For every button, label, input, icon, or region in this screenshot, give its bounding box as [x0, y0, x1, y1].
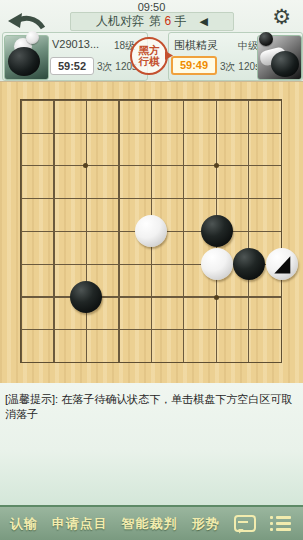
- board-intersection[interactable]: [4, 314, 37, 347]
- go-board: [0, 82, 303, 383]
- turn-indicator-seal: 黑方 行棋: [130, 37, 168, 75]
- board-intersection[interactable]: [200, 182, 233, 215]
- chat-button[interactable]: [233, 514, 256, 534]
- board-intersection[interactable]: [200, 347, 233, 380]
- back-button[interactable]: [6, 8, 48, 32]
- board-intersection[interactable]: [37, 83, 70, 116]
- board-intersection[interactable]: [233, 116, 266, 149]
- ai-judge-button[interactable]: 智能裁判: [122, 515, 178, 533]
- board-intersection[interactable]: [102, 149, 135, 182]
- board-intersection[interactable]: [69, 314, 102, 347]
- board-intersection[interactable]: [135, 182, 168, 215]
- board-intersection[interactable]: [37, 149, 70, 182]
- board-intersection[interactable]: [167, 314, 200, 347]
- right-player-byoyomi: 3次 120s: [220, 60, 260, 74]
- board-intersection[interactable]: [200, 116, 233, 149]
- board-intersection[interactable]: [266, 182, 299, 215]
- board-intersection[interactable]: [37, 347, 70, 380]
- chat-icon: [234, 515, 256, 532]
- board-intersection[interactable]: [266, 116, 299, 149]
- resign-button[interactable]: 认输: [10, 515, 38, 533]
- request-count-button[interactable]: 申请点目: [52, 515, 108, 533]
- board-intersection[interactable]: [233, 182, 266, 215]
- board-intersection[interactable]: [102, 116, 135, 149]
- board-intersection[interactable]: [266, 347, 299, 380]
- right-player-name: 围棋精灵: [174, 38, 218, 53]
- position-eval-button[interactable]: 形势: [191, 515, 219, 533]
- board-intersection[interactable]: [37, 116, 70, 149]
- board-intersection[interactable]: [102, 248, 135, 281]
- back-arrow-icon: [6, 8, 48, 32]
- white-stone: [266, 248, 298, 280]
- board-intersection[interactable]: [135, 281, 168, 314]
- board-intersection[interactable]: [233, 215, 266, 248]
- move-list-icon: [270, 516, 293, 519]
- hint-text: [温馨提示]: 在落子待确认状态下，单击棋盘下方空白区可取消落子: [5, 392, 299, 422]
- settings-gear-icon[interactable]: ⚙: [272, 4, 291, 30]
- board-intersection[interactable]: [37, 215, 70, 248]
- board-intersection[interactable]: [266, 215, 299, 248]
- board-intersection[interactable]: [37, 182, 70, 215]
- board-intersection[interactable]: [266, 281, 299, 314]
- board-intersection[interactable]: [200, 83, 233, 116]
- board-intersection[interactable]: [102, 347, 135, 380]
- board-intersection[interactable]: [233, 83, 266, 116]
- board-intersection[interactable]: [69, 347, 102, 380]
- board-intersection[interactable]: [135, 248, 168, 281]
- star-point: [214, 163, 219, 168]
- match-title-band: 人机对弈 第 6 手 ◀: [70, 12, 234, 31]
- right-player-rank: 中级: [238, 39, 258, 53]
- board-intersection[interactable]: [135, 347, 168, 380]
- board-intersection[interactable]: [135, 83, 168, 116]
- black-stone: [233, 248, 265, 280]
- move-list-button[interactable]: [270, 514, 293, 534]
- board-intersection[interactable]: [4, 215, 37, 248]
- right-player-timer: 59:49: [171, 56, 217, 75]
- avatar-black-stone: [8, 47, 40, 76]
- board-intersection[interactable]: [102, 314, 135, 347]
- board-intersection[interactable]: [102, 281, 135, 314]
- board-intersection[interactable]: [233, 281, 266, 314]
- board-intersection[interactable]: [37, 314, 70, 347]
- board-intersection[interactable]: [69, 182, 102, 215]
- board-intersection[interactable]: [69, 116, 102, 149]
- left-player-avatar[interactable]: [4, 35, 49, 80]
- board-intersection[interactable]: [167, 116, 200, 149]
- move-list-icon: [270, 528, 293, 531]
- board-intersection[interactable]: [200, 314, 233, 347]
- board-intersection[interactable]: [167, 215, 200, 248]
- last-move-marker: [266, 248, 298, 280]
- star-point: [83, 163, 88, 168]
- board-intersection[interactable]: [266, 149, 299, 182]
- left-player-name: V29013...: [52, 38, 99, 50]
- board-intersection[interactable]: [4, 116, 37, 149]
- board-intersection[interactable]: [4, 83, 37, 116]
- board-intersection[interactable]: [69, 215, 102, 248]
- bottom-toolbar: 认输 申请点目 智能裁判 形势: [0, 505, 303, 540]
- board-intersection[interactable]: [233, 314, 266, 347]
- match-title: 人机对弈: [96, 13, 144, 30]
- right-player-color-badge-black-stone: [259, 32, 273, 46]
- board-intersection[interactable]: [102, 83, 135, 116]
- left-player-color-badge-white-stone: [26, 31, 39, 44]
- top-bar: 09:50 人机对弈 第 6 手 ◀ ⚙ V29013... 18级 59:52…: [0, 0, 303, 82]
- board-intersection[interactable]: [4, 347, 37, 380]
- board-intersection[interactable]: [4, 248, 37, 281]
- board-intersection[interactable]: [102, 182, 135, 215]
- board-intersection[interactable]: [167, 83, 200, 116]
- board-intersection[interactable]: [4, 182, 37, 215]
- left-player-timer: 59:52: [50, 57, 94, 75]
- board-intersection[interactable]: [233, 347, 266, 380]
- chat-icon-line: [238, 521, 248, 523]
- board-intersection[interactable]: [167, 149, 200, 182]
- board-intersection[interactable]: [135, 149, 168, 182]
- board-intersection[interactable]: [266, 83, 299, 116]
- move-number: 6: [164, 14, 171, 28]
- board-intersection[interactable]: [37, 281, 70, 314]
- move-counter: 第 6 手: [149, 13, 186, 30]
- white-stone: [201, 248, 233, 280]
- board-intersection[interactable]: [167, 248, 200, 281]
- white-stone: [135, 215, 167, 247]
- board-intersection[interactable]: [167, 281, 200, 314]
- black-stone: [70, 281, 102, 313]
- board-intersection[interactable]: [135, 314, 168, 347]
- board-intersection[interactable]: [37, 248, 70, 281]
- board-intersection[interactable]: [266, 314, 299, 347]
- board-intersection[interactable]: [167, 182, 200, 215]
- board-intersection[interactable]: [102, 215, 135, 248]
- black-stone: [201, 215, 233, 247]
- board-intersection[interactable]: [4, 281, 37, 314]
- move-back-icon[interactable]: ◀: [199, 15, 207, 28]
- board-intersection[interactable]: [69, 248, 102, 281]
- move-list-icon: [270, 522, 293, 525]
- board-intersection[interactable]: [135, 116, 168, 149]
- board-intersection[interactable]: [167, 347, 200, 380]
- board-intersection[interactable]: [233, 149, 266, 182]
- board-intersection[interactable]: [4, 149, 37, 182]
- avatar-black-stone: [271, 51, 299, 77]
- hint-area[interactable]: [温馨提示]: 在落子待确认状态下，单击棋盘下方空白区可取消落子: [0, 383, 303, 505]
- star-point: [214, 295, 219, 300]
- board-intersection[interactable]: [69, 83, 102, 116]
